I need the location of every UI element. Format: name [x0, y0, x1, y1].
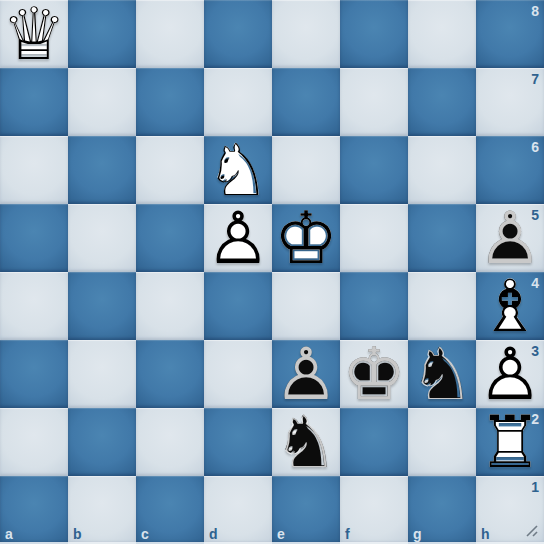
square-c4[interactable] [136, 272, 204, 340]
square-g1[interactable]: g [408, 476, 476, 544]
square-f8[interactable] [340, 0, 408, 68]
square-g8[interactable] [408, 0, 476, 68]
square-b2[interactable] [68, 408, 136, 476]
white-pawn-outline-glyph: ♙ [204, 204, 272, 272]
square-b3[interactable] [68, 340, 136, 408]
square-a1[interactable]: a [0, 476, 68, 544]
rank-label-7: 7 [531, 71, 539, 87]
square-e3[interactable]: ♟♙ [272, 340, 340, 408]
white-rook-outline-glyph: ♖ [476, 408, 544, 476]
square-a2[interactable] [0, 408, 68, 476]
square-b6[interactable] [68, 136, 136, 204]
square-a7[interactable] [0, 68, 68, 136]
square-e7[interactable] [272, 68, 340, 136]
square-d5[interactable]: ♟♙ [204, 204, 272, 272]
chess-board: ♛♕87♞♘6♟♙♚♔5♟♙4♝♗♟♙♚♔♞♘3♟♙♞♘2♜♖abcdefgh1 [0, 0, 544, 544]
square-g2[interactable] [408, 408, 476, 476]
square-f1[interactable]: f [340, 476, 408, 544]
black-knight-outline-glyph: ♘ [408, 340, 476, 408]
rank-label-6: 6 [531, 139, 539, 155]
white-rook[interactable]: ♜♖ [476, 408, 544, 476]
black-pawn-outline-glyph: ♙ [272, 340, 340, 408]
square-e1[interactable]: e [272, 476, 340, 544]
square-h5[interactable]: 5♟♙ [476, 204, 544, 272]
white-knight-outline-glyph: ♘ [204, 136, 272, 204]
square-a3[interactable] [0, 340, 68, 408]
square-b7[interactable] [68, 68, 136, 136]
black-knight-outline-glyph: ♘ [272, 408, 340, 476]
black-knight[interactable]: ♞♘ [272, 408, 340, 476]
square-d7[interactable] [204, 68, 272, 136]
square-c1[interactable]: c [136, 476, 204, 544]
black-pawn-outline-glyph: ♙ [476, 204, 544, 272]
square-f6[interactable] [340, 136, 408, 204]
square-f4[interactable] [340, 272, 408, 340]
file-label-e: e [277, 526, 285, 542]
square-d1[interactable]: d [204, 476, 272, 544]
square-d6[interactable]: ♞♘ [204, 136, 272, 204]
white-king-outline-glyph: ♔ [272, 204, 340, 272]
square-e6[interactable] [272, 136, 340, 204]
white-pawn[interactable]: ♟♙ [204, 204, 272, 272]
square-h8[interactable]: 8 [476, 0, 544, 68]
black-pawn[interactable]: ♟♙ [272, 340, 340, 408]
resize-diagonal-lines-icon [523, 522, 539, 538]
square-d8[interactable] [204, 0, 272, 68]
square-d3[interactable] [204, 340, 272, 408]
board-resize-handle[interactable] [523, 522, 539, 538]
black-pawn[interactable]: ♟♙ [476, 204, 544, 272]
file-label-h: h [481, 526, 490, 542]
white-bishop-outline-glyph: ♗ [476, 272, 544, 340]
square-g4[interactable] [408, 272, 476, 340]
square-c3[interactable] [136, 340, 204, 408]
square-b5[interactable] [68, 204, 136, 272]
square-h6[interactable]: 6 [476, 136, 544, 204]
file-label-f: f [345, 526, 350, 542]
file-label-b: b [73, 526, 82, 542]
square-c6[interactable] [136, 136, 204, 204]
file-label-a: a [5, 526, 13, 542]
square-f7[interactable] [340, 68, 408, 136]
square-h3[interactable]: 3♟♙ [476, 340, 544, 408]
square-e4[interactable] [272, 272, 340, 340]
square-h7[interactable]: 7 [476, 68, 544, 136]
square-a8[interactable]: ♛♕ [0, 0, 68, 68]
square-g6[interactable] [408, 136, 476, 204]
black-knight[interactable]: ♞♘ [408, 340, 476, 408]
black-king-outline-glyph: ♔ [340, 340, 408, 408]
white-queen-outline-glyph: ♕ [0, 0, 68, 68]
file-label-g: g [413, 526, 422, 542]
square-a4[interactable] [0, 272, 68, 340]
white-pawn-outline-glyph: ♙ [476, 340, 544, 408]
square-a5[interactable] [0, 204, 68, 272]
square-b8[interactable] [68, 0, 136, 68]
square-e8[interactable] [272, 0, 340, 68]
square-c7[interactable] [136, 68, 204, 136]
white-bishop[interactable]: ♝♗ [476, 272, 544, 340]
square-g7[interactable] [408, 68, 476, 136]
square-f2[interactable] [340, 408, 408, 476]
rank-label-1: 1 [531, 479, 539, 495]
square-a6[interactable] [0, 136, 68, 204]
square-d2[interactable] [204, 408, 272, 476]
square-e5[interactable]: ♚♔ [272, 204, 340, 272]
white-knight[interactable]: ♞♘ [204, 136, 272, 204]
white-pawn[interactable]: ♟♙ [476, 340, 544, 408]
white-king[interactable]: ♚♔ [272, 204, 340, 272]
square-c5[interactable] [136, 204, 204, 272]
square-d4[interactable] [204, 272, 272, 340]
square-b1[interactable]: b [68, 476, 136, 544]
square-e2[interactable]: ♞♘ [272, 408, 340, 476]
square-g3[interactable]: ♞♘ [408, 340, 476, 408]
file-label-d: d [209, 526, 218, 542]
square-h4[interactable]: 4♝♗ [476, 272, 544, 340]
square-c8[interactable] [136, 0, 204, 68]
black-king[interactable]: ♚♔ [340, 340, 408, 408]
square-b4[interactable] [68, 272, 136, 340]
square-f3[interactable]: ♚♔ [340, 340, 408, 408]
rank-label-8: 8 [531, 3, 539, 19]
square-g5[interactable] [408, 204, 476, 272]
white-queen[interactable]: ♛♕ [0, 0, 68, 68]
file-label-c: c [141, 526, 149, 542]
square-h2[interactable]: 2♜♖ [476, 408, 544, 476]
square-c2[interactable] [136, 408, 204, 476]
square-f5[interactable] [340, 204, 408, 272]
